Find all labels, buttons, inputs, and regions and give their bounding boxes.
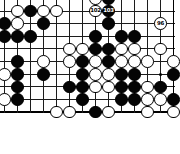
white-stone-move-104: 104 [89, 0, 102, 5]
black-stone [102, 43, 115, 56]
black-stone [76, 68, 89, 81]
white-stone-move-102: 102 [89, 5, 102, 18]
black-stone [89, 106, 102, 119]
white-stone-move-96: 96 [154, 17, 167, 30]
move-number-label: 103 [103, 8, 113, 13]
black-stone [11, 68, 24, 81]
black-stone [128, 81, 141, 94]
black-stone [102, 17, 115, 30]
black-stone [37, 68, 50, 81]
white-stone [167, 106, 180, 119]
white-stone [141, 93, 154, 106]
white-stone [141, 81, 154, 94]
black-stone [76, 81, 89, 94]
white-stone [11, 5, 24, 18]
black-stone [11, 93, 24, 106]
white-stone [76, 43, 89, 56]
black-stone [128, 68, 141, 81]
black-stone [89, 30, 102, 43]
black-stone [11, 81, 24, 94]
black-stone [37, 17, 50, 30]
black-stone [11, 55, 24, 68]
black-stone [63, 81, 76, 94]
black-stone [89, 43, 102, 56]
white-stone [128, 55, 141, 68]
black-stone [24, 5, 37, 18]
move-number-label: 104 [90, 0, 100, 1]
white-stone [11, 17, 24, 30]
black-stone [76, 55, 89, 68]
white-stone [154, 43, 167, 56]
white-stone [37, 5, 50, 18]
black-stone [128, 30, 141, 43]
white-stone [154, 93, 167, 106]
white-stone [128, 43, 141, 56]
white-stone [50, 106, 63, 119]
white-stone [115, 55, 128, 68]
black-stone [115, 68, 128, 81]
white-stone [37, 55, 50, 68]
grid-line-horizontal [0, 23, 175, 24]
black-stone [128, 93, 141, 106]
white-stone [89, 55, 102, 68]
white-stone [63, 43, 76, 56]
black-stone [115, 81, 128, 94]
black-stone [115, 93, 128, 106]
white-stone [89, 81, 102, 94]
hoshi-dot [159, 73, 162, 76]
go-board-diagram: 10410510210396 [0, 0, 180, 154]
black-stone [167, 68, 180, 81]
black-stone-move-103: 103 [102, 5, 115, 18]
black-stone [11, 30, 24, 43]
black-stone-move-105: 105 [102, 0, 115, 5]
move-number-label: 102 [90, 8, 100, 13]
black-stone [154, 81, 167, 94]
move-number-label: 105 [103, 0, 113, 1]
white-stone [50, 5, 63, 18]
black-stone [102, 55, 115, 68]
white-stone [102, 68, 115, 81]
white-stone [141, 106, 154, 119]
black-stone [0, 30, 11, 43]
white-stone [167, 55, 180, 68]
white-stone [102, 81, 115, 94]
white-stone [63, 55, 76, 68]
white-stone [0, 93, 11, 106]
white-stone [141, 55, 154, 68]
move-number-label: 96 [157, 21, 164, 26]
black-stone [0, 17, 11, 30]
white-stone [115, 43, 128, 56]
black-stone [24, 30, 37, 43]
black-stone [76, 93, 89, 106]
black-stone [167, 93, 180, 106]
white-stone [0, 68, 11, 81]
white-stone [89, 68, 102, 81]
black-stone [115, 30, 128, 43]
white-stone [102, 106, 115, 119]
white-stone [63, 106, 76, 119]
